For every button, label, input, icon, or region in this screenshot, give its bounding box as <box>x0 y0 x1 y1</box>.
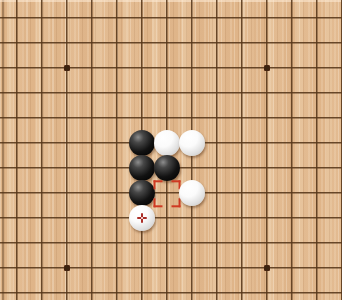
star-point <box>264 65 270 71</box>
cross-bar <box>141 217 143 219</box>
board-point[interactable] <box>5 31 30 56</box>
board-point[interactable] <box>180 56 205 81</box>
board-point[interactable] <box>55 106 80 131</box>
board-point[interactable] <box>280 131 305 156</box>
board-point[interactable] <box>55 31 80 56</box>
board-point[interactable] <box>155 156 180 181</box>
board-point[interactable] <box>5 231 30 256</box>
board-point[interactable] <box>280 156 305 181</box>
board-point[interactable] <box>255 106 280 131</box>
board-point[interactable] <box>255 231 280 256</box>
board-point[interactable] <box>180 31 205 56</box>
board-point[interactable] <box>180 206 205 231</box>
board-point[interactable] <box>205 81 230 106</box>
board-point[interactable] <box>80 256 105 281</box>
board-point[interactable] <box>205 156 230 181</box>
board-point[interactable] <box>305 256 330 281</box>
board-point[interactable] <box>280 81 305 106</box>
board-point[interactable] <box>5 106 30 131</box>
board-point[interactable] <box>80 31 105 56</box>
board-point[interactable] <box>230 106 255 131</box>
board-point[interactable] <box>105 256 130 281</box>
board-point[interactable] <box>230 81 255 106</box>
board-point[interactable] <box>5 81 30 106</box>
board-point[interactable] <box>80 156 105 181</box>
board-point[interactable] <box>230 206 255 231</box>
board-point[interactable] <box>130 56 155 81</box>
board-point[interactable] <box>205 131 230 156</box>
board-point[interactable] <box>80 206 105 231</box>
board-point[interactable] <box>55 156 80 181</box>
board-point[interactable] <box>255 56 280 81</box>
board-point[interactable] <box>230 231 255 256</box>
board-point[interactable] <box>155 281 180 300</box>
board-point[interactable] <box>80 131 105 156</box>
board-point[interactable] <box>280 231 305 256</box>
board-point[interactable] <box>30 256 55 281</box>
highlight-brackets-icon <box>154 180 181 207</box>
board-point[interactable] <box>330 106 342 131</box>
board-point[interactable] <box>305 6 330 31</box>
board-point[interactable] <box>5 281 30 300</box>
board-point[interactable] <box>205 206 230 231</box>
board-point[interactable] <box>155 206 180 231</box>
board-point[interactable] <box>105 206 130 231</box>
board-point[interactable] <box>205 256 230 281</box>
black-stone <box>129 155 155 181</box>
board-point[interactable] <box>230 31 255 56</box>
board-point[interactable] <box>105 31 130 56</box>
board-point[interactable] <box>305 56 330 81</box>
board-point[interactable] <box>5 256 30 281</box>
board-point[interactable] <box>80 81 105 106</box>
board-point[interactable] <box>280 281 305 300</box>
board-point[interactable] <box>155 31 180 56</box>
board-point[interactable] <box>130 106 155 131</box>
board-point[interactable] <box>130 6 155 31</box>
board-point[interactable] <box>55 281 80 300</box>
board-point[interactable] <box>30 81 55 106</box>
board-point[interactable] <box>330 6 342 31</box>
board-point[interactable] <box>230 6 255 31</box>
star-point <box>64 65 70 71</box>
board-point[interactable] <box>280 206 305 231</box>
board-point[interactable] <box>230 181 255 206</box>
board-point[interactable] <box>80 181 105 206</box>
board-point[interactable] <box>105 231 130 256</box>
board-point[interactable] <box>330 281 342 300</box>
board-point[interactable] <box>155 81 180 106</box>
board-point[interactable] <box>155 181 180 206</box>
board-point[interactable] <box>30 206 55 231</box>
board-point[interactable] <box>80 56 105 81</box>
board-point[interactable] <box>255 131 280 156</box>
board-point[interactable] <box>55 256 80 281</box>
board-point[interactable] <box>55 131 80 156</box>
board-point[interactable] <box>80 106 105 131</box>
board-point[interactable] <box>205 56 230 81</box>
board-point[interactable] <box>130 81 155 106</box>
board-point[interactable] <box>105 281 130 300</box>
board-point[interactable] <box>330 206 342 231</box>
board-point[interactable] <box>105 156 130 181</box>
board-point[interactable] <box>205 6 230 31</box>
board-point[interactable] <box>180 156 205 181</box>
gomoku-board[interactable] <box>0 0 342 300</box>
board-point[interactable] <box>255 156 280 181</box>
board-point[interactable] <box>5 206 30 231</box>
board-point[interactable] <box>230 156 255 181</box>
board-point[interactable] <box>305 31 330 56</box>
board-point[interactable] <box>230 131 255 156</box>
board-point[interactable] <box>130 31 155 56</box>
board-point[interactable] <box>330 31 342 56</box>
board-point[interactable] <box>205 281 230 300</box>
board-point[interactable] <box>105 81 130 106</box>
board-point[interactable] <box>155 231 180 256</box>
board-point[interactable] <box>205 181 230 206</box>
white-stone <box>154 130 180 156</box>
board-point[interactable] <box>180 81 205 106</box>
star-point <box>64 265 70 271</box>
board-point[interactable] <box>5 131 30 156</box>
board-point[interactable] <box>155 6 180 31</box>
board-point[interactable] <box>55 231 80 256</box>
board-point[interactable] <box>205 31 230 56</box>
board-point[interactable] <box>155 131 180 156</box>
board-point[interactable] <box>330 131 342 156</box>
board-point[interactable] <box>180 181 205 206</box>
board-point[interactable] <box>255 206 280 231</box>
board-point[interactable] <box>55 181 80 206</box>
board-point[interactable] <box>5 56 30 81</box>
board-point[interactable] <box>305 181 330 206</box>
bracket-corner <box>154 180 163 189</box>
board-point[interactable] <box>130 256 155 281</box>
board-point[interactable] <box>30 56 55 81</box>
black-stone <box>129 130 155 156</box>
board-point[interactable] <box>330 231 342 256</box>
board-point[interactable] <box>280 256 305 281</box>
board-point[interactable] <box>130 156 155 181</box>
board-point[interactable] <box>155 56 180 81</box>
board-point[interactable] <box>55 81 80 106</box>
board-point[interactable] <box>205 231 230 256</box>
board-point[interactable] <box>105 56 130 81</box>
board-point[interactable] <box>230 256 255 281</box>
board-point[interactable] <box>30 181 55 206</box>
board-point[interactable] <box>230 56 255 81</box>
board-point[interactable] <box>230 281 255 300</box>
board-point[interactable] <box>255 281 280 300</box>
board-point[interactable] <box>5 6 30 31</box>
board-point[interactable] <box>30 106 55 131</box>
board-point[interactable] <box>80 231 105 256</box>
board-point[interactable] <box>130 281 155 300</box>
board-point[interactable] <box>255 31 280 56</box>
board-point[interactable] <box>305 81 330 106</box>
last-move-cross-icon <box>136 212 148 224</box>
white-stone <box>129 205 155 231</box>
board-point[interactable] <box>180 106 205 131</box>
board-point[interactable] <box>80 281 105 300</box>
black-stone <box>154 155 180 181</box>
board-point[interactable] <box>330 181 342 206</box>
board-point[interactable] <box>55 56 80 81</box>
board-point[interactable] <box>180 6 205 31</box>
board-point[interactable] <box>305 231 330 256</box>
board-point[interactable] <box>255 6 280 31</box>
board-point[interactable] <box>155 256 180 281</box>
board-point[interactable] <box>130 206 155 231</box>
board-point[interactable] <box>5 181 30 206</box>
white-stone <box>179 130 205 156</box>
board-point[interactable] <box>80 6 105 31</box>
board-point[interactable] <box>55 206 80 231</box>
board-point[interactable] <box>255 181 280 206</box>
board-point[interactable] <box>130 231 155 256</box>
board-point[interactable] <box>280 31 305 56</box>
board-point[interactable] <box>180 231 205 256</box>
board-point[interactable] <box>105 181 130 206</box>
board-point[interactable] <box>30 131 55 156</box>
board-point[interactable] <box>130 131 155 156</box>
board-point[interactable] <box>180 131 205 156</box>
board-point[interactable] <box>280 56 305 81</box>
board-point[interactable] <box>330 81 342 106</box>
board-point[interactable] <box>305 106 330 131</box>
board-point[interactable] <box>305 281 330 300</box>
board-point[interactable] <box>105 6 130 31</box>
board-point[interactable] <box>305 206 330 231</box>
board-point[interactable] <box>30 281 55 300</box>
board-point[interactable] <box>255 256 280 281</box>
board-point[interactable] <box>305 156 330 181</box>
board-point[interactable] <box>330 56 342 81</box>
board-point[interactable] <box>130 181 155 206</box>
board-point[interactable] <box>205 106 230 131</box>
board-point[interactable] <box>330 256 342 281</box>
board-point[interactable] <box>30 6 55 31</box>
board-point[interactable] <box>180 256 205 281</box>
board-point[interactable] <box>30 31 55 56</box>
board-point[interactable] <box>155 106 180 131</box>
board-point[interactable] <box>330 156 342 181</box>
board-point[interactable] <box>105 131 130 156</box>
white-stone <box>179 180 205 206</box>
board-point[interactable] <box>55 6 80 31</box>
board-point[interactable] <box>280 181 305 206</box>
board-point[interactable] <box>255 81 280 106</box>
board-point[interactable] <box>5 156 30 181</box>
board-point[interactable] <box>180 281 205 300</box>
star-point <box>264 265 270 271</box>
board-point[interactable] <box>305 131 330 156</box>
gomoku-board-screenshot <box>0 0 342 300</box>
board-point[interactable] <box>30 231 55 256</box>
board-point[interactable] <box>280 106 305 131</box>
black-stone <box>129 180 155 206</box>
board-point[interactable] <box>30 156 55 181</box>
board-point[interactable] <box>280 6 305 31</box>
board-point[interactable] <box>105 106 130 131</box>
